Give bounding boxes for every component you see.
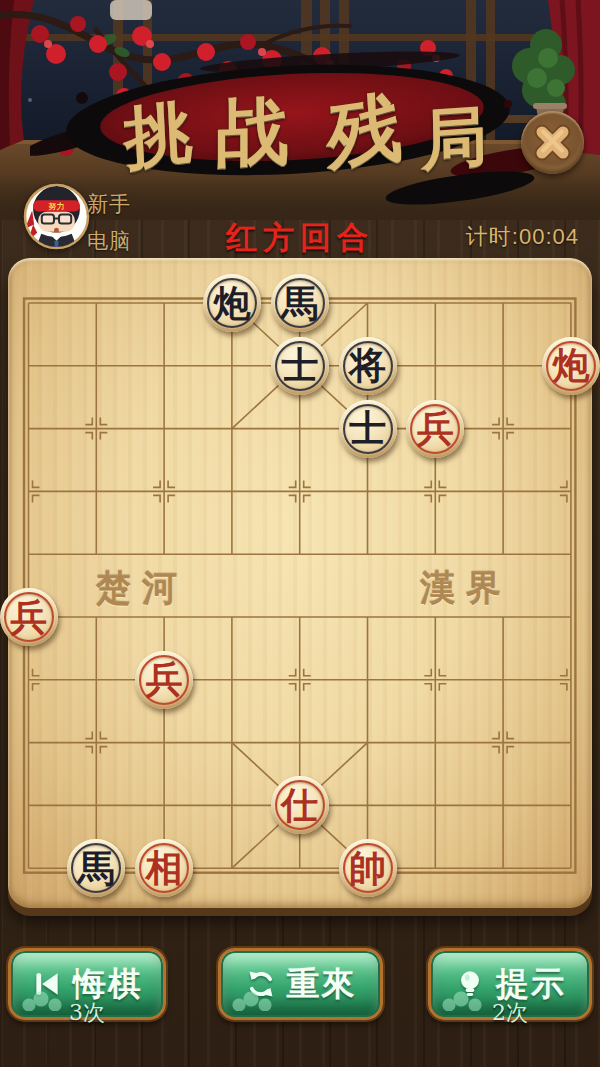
page-title-char: 战 — [216, 82, 289, 185]
piece-red-cannon[interactable]: 炮 — [542, 337, 600, 395]
piece-black-general[interactable]: 将 — [339, 337, 397, 395]
piece-red-soldier[interactable]: 兵 — [0, 588, 58, 646]
piece-black-advisor[interactable]: 士 — [271, 337, 329, 395]
piece-glyph: 士 — [349, 410, 386, 447]
piece-red-general[interactable]: 帥 — [339, 839, 397, 897]
restart-icon — [245, 968, 277, 1000]
piece-glyph: 炮 — [552, 347, 589, 384]
undo-button[interactable]: 悔棋 3次 — [8, 948, 166, 1020]
ink-splash — [30, 40, 570, 210]
page-title-char: 残 — [325, 77, 405, 189]
page-title-char: 局 — [420, 92, 487, 187]
piece-glyph: 兵 — [10, 599, 47, 636]
undo-count: 3次 — [69, 998, 105, 1028]
hint-button[interactable]: 提示 2次 — [428, 948, 592, 1020]
close-icon — [521, 111, 584, 174]
piece-red-soldier[interactable]: 兵 — [406, 400, 464, 458]
player-name: 新手 — [87, 190, 131, 218]
piece-glyph: 将 — [349, 347, 386, 384]
piece-black-horse[interactable]: 馬 — [271, 274, 329, 332]
timer: 计时:00:04 — [466, 222, 579, 252]
app: 挑 战 残 局 努力 — [0, 0, 600, 1067]
piece-glyph: 兵 — [146, 661, 183, 698]
piece-glyph: 馬 — [281, 285, 318, 322]
hint-count: 2次 — [492, 998, 528, 1028]
svg-text:努力: 努力 — [47, 201, 64, 211]
piece-red-elephant[interactable]: 相 — [135, 839, 193, 897]
restart-label: 重來 — [287, 962, 357, 1007]
piece-glyph: 馬 — [78, 850, 115, 887]
title-banner: 挑 战 残 局 — [0, 40, 600, 210]
piece-black-horse[interactable]: 馬 — [67, 839, 125, 897]
undo-icon — [31, 968, 63, 1000]
hint-lightbulb-icon — [454, 968, 486, 1000]
piece-glyph: 帥 — [349, 850, 386, 887]
xiangqi-board[interactable]: 楚河 漢界 炮馬士将炮士兵兵兵仕馬相帥 — [8, 258, 592, 908]
piece-black-advisor[interactable]: 士 — [339, 400, 397, 458]
pieces-layer: 炮馬士将炮士兵兵兵仕馬相帥 — [8, 258, 592, 908]
piece-glyph: 相 — [146, 850, 183, 887]
piece-glyph: 兵 — [417, 410, 454, 447]
piece-black-cannon[interactable]: 炮 — [203, 274, 261, 332]
piece-glyph: 仕 — [281, 787, 318, 824]
piece-red-advisor[interactable]: 仕 — [271, 776, 329, 834]
piece-glyph: 炮 — [213, 285, 250, 322]
piece-glyph: 士 — [281, 347, 318, 384]
piece-red-soldier[interactable]: 兵 — [135, 651, 193, 709]
close-button[interactable] — [521, 111, 584, 174]
restart-button[interactable]: 重來 — [218, 948, 383, 1020]
page-title-char: 挑 — [122, 86, 194, 185]
